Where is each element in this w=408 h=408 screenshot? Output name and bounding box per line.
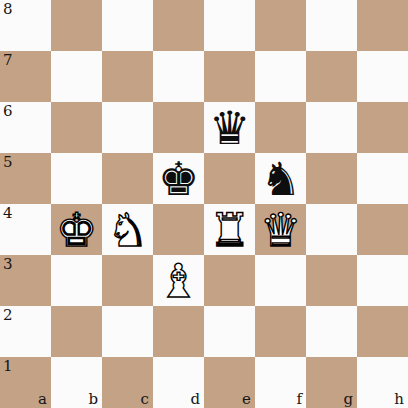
black-queen-e6[interactable]: ♛ (209, 105, 250, 151)
square-b5[interactable] (51, 153, 102, 204)
rank-label-6: 6 (3, 104, 13, 119)
square-b8[interactable] (51, 0, 102, 51)
square-g7[interactable] (306, 51, 357, 102)
square-e6[interactable]: ♛ (204, 102, 255, 153)
rank-label-3: 3 (3, 257, 13, 272)
rank-label-8: 8 (3, 2, 13, 17)
square-f6[interactable] (255, 102, 306, 153)
square-a7[interactable]: 7 (0, 51, 51, 102)
square-h3[interactable] (357, 255, 408, 306)
square-g1[interactable]: g (306, 357, 357, 408)
square-f3[interactable] (255, 255, 306, 306)
chess-board: 876♛5♚♞4♚♞♜♛3♝21abcdefgh (0, 0, 408, 408)
black-knight-f5[interactable]: ♞ (260, 156, 301, 202)
white-rook-e4[interactable]: ♜ (209, 207, 250, 253)
square-d8[interactable] (153, 0, 204, 51)
square-h1[interactable]: h (357, 357, 408, 408)
square-g4[interactable] (306, 204, 357, 255)
file-label-h: h (394, 392, 404, 407)
square-h7[interactable] (357, 51, 408, 102)
square-a5[interactable]: 5 (0, 153, 51, 204)
white-knight-c4[interactable]: ♞ (107, 207, 148, 253)
square-f2[interactable] (255, 306, 306, 357)
square-b3[interactable] (51, 255, 102, 306)
square-d2[interactable] (153, 306, 204, 357)
square-f4[interactable]: ♛ (255, 204, 306, 255)
square-d7[interactable] (153, 51, 204, 102)
square-a6[interactable]: 6 (0, 102, 51, 153)
square-b2[interactable] (51, 306, 102, 357)
white-king-b4[interactable]: ♚ (56, 207, 97, 253)
white-queen-f4[interactable]: ♛ (260, 207, 301, 253)
square-e3[interactable] (204, 255, 255, 306)
square-g6[interactable] (306, 102, 357, 153)
square-g5[interactable] (306, 153, 357, 204)
square-c6[interactable] (102, 102, 153, 153)
file-label-d: d (190, 392, 200, 407)
square-g8[interactable] (306, 0, 357, 51)
file-label-a: a (38, 392, 47, 407)
square-h2[interactable] (357, 306, 408, 357)
square-h5[interactable] (357, 153, 408, 204)
square-h6[interactable] (357, 102, 408, 153)
square-g3[interactable] (306, 255, 357, 306)
square-a1[interactable]: 1a (0, 357, 51, 408)
square-a2[interactable]: 2 (0, 306, 51, 357)
square-e1[interactable]: e (204, 357, 255, 408)
rank-label-5: 5 (3, 155, 13, 170)
square-f5[interactable]: ♞ (255, 153, 306, 204)
square-d6[interactable] (153, 102, 204, 153)
rank-label-1: 1 (3, 359, 13, 374)
square-d1[interactable]: d (153, 357, 204, 408)
square-e7[interactable] (204, 51, 255, 102)
square-f8[interactable] (255, 0, 306, 51)
square-d5[interactable]: ♚ (153, 153, 204, 204)
square-a3[interactable]: 3 (0, 255, 51, 306)
square-a4[interactable]: 4 (0, 204, 51, 255)
square-e4[interactable]: ♜ (204, 204, 255, 255)
rank-label-4: 4 (3, 206, 13, 221)
square-b7[interactable] (51, 51, 102, 102)
file-label-c: c (141, 392, 149, 407)
square-d4[interactable] (153, 204, 204, 255)
square-b1[interactable]: b (51, 357, 102, 408)
square-e2[interactable] (204, 306, 255, 357)
square-c5[interactable] (102, 153, 153, 204)
square-h4[interactable] (357, 204, 408, 255)
file-label-b: b (88, 392, 98, 407)
square-a8[interactable]: 8 (0, 0, 51, 51)
file-label-g: g (343, 392, 353, 407)
square-f1[interactable]: f (255, 357, 306, 408)
square-d3[interactable]: ♝ (153, 255, 204, 306)
file-label-f: f (296, 392, 302, 407)
rank-label-7: 7 (3, 53, 13, 68)
square-f7[interactable] (255, 51, 306, 102)
square-c1[interactable]: c (102, 357, 153, 408)
black-king-d5[interactable]: ♚ (158, 156, 199, 202)
rank-label-2: 2 (3, 308, 13, 323)
square-h8[interactable] (357, 0, 408, 51)
square-g2[interactable] (306, 306, 357, 357)
square-b4[interactable]: ♚ (51, 204, 102, 255)
square-c7[interactable] (102, 51, 153, 102)
square-c4[interactable]: ♞ (102, 204, 153, 255)
square-b6[interactable] (51, 102, 102, 153)
square-c8[interactable] (102, 0, 153, 51)
white-bishop-d3[interactable]: ♝ (158, 258, 199, 304)
square-e8[interactable] (204, 0, 255, 51)
square-e5[interactable] (204, 153, 255, 204)
square-c2[interactable] (102, 306, 153, 357)
square-c3[interactable] (102, 255, 153, 306)
file-label-e: e (242, 392, 251, 407)
